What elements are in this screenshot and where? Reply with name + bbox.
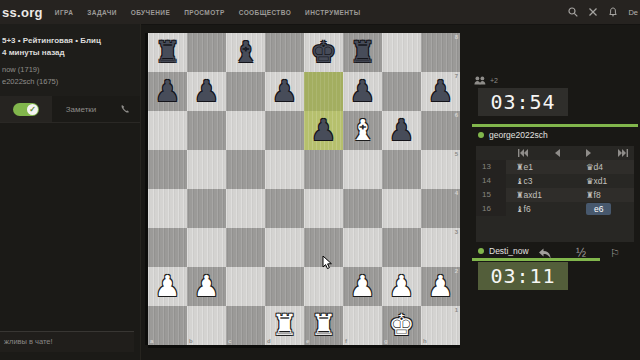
square-g4[interactable] xyxy=(382,189,421,228)
rank-label: 8 xyxy=(455,34,458,40)
file-label: e xyxy=(306,338,309,344)
move-white[interactable]: ♝c3 xyxy=(506,176,582,186)
square-f4[interactable] xyxy=(343,189,382,228)
move-black[interactable]: ♛xd1 xyxy=(582,176,634,186)
square-e2[interactable] xyxy=(304,267,343,306)
file-label: h xyxy=(423,338,427,344)
black-king: ♚ xyxy=(304,33,343,72)
square-b6[interactable] xyxy=(187,111,226,150)
game-player-white: now (1719) xyxy=(2,65,140,74)
move-row: 15♜axd1♜f8 xyxy=(476,188,634,202)
nav-item-community[interactable]: СООБЩЕСТВО xyxy=(239,9,291,16)
square-c6[interactable] xyxy=(226,111,265,150)
rank-label: 7 xyxy=(455,73,458,79)
chat-messages-area xyxy=(0,123,140,328)
square-g3[interactable] xyxy=(382,228,421,267)
move-number: 16 xyxy=(476,202,506,216)
mouse-cursor xyxy=(322,256,334,270)
last-move-icon[interactable] xyxy=(618,149,628,157)
square-g1[interactable]: ♚g xyxy=(382,306,421,345)
move-list: 13♜e1♛d414♝c3♛xd115♜axd1♜f816♝f6e6 xyxy=(476,160,634,216)
white-pawn: ♟ xyxy=(382,267,421,306)
square-a4[interactable] xyxy=(148,189,187,228)
black-bishop: ♝ xyxy=(226,33,265,72)
square-f5[interactable] xyxy=(343,150,382,189)
nav-item-learn[interactable]: ОБУЧЕНИЕ xyxy=(131,9,170,16)
white-rook: ♜ xyxy=(304,306,343,345)
sidebar-tabs: ✓ Заметки xyxy=(0,96,140,123)
square-g5[interactable] xyxy=(382,150,421,189)
nav-item-tools[interactable]: ИНСТРУМЕНТЫ xyxy=(305,9,360,16)
move-white[interactable]: ♝f6 xyxy=(506,204,582,214)
square-e8[interactable]: ♚ xyxy=(304,33,343,72)
tab-notes[interactable]: Заметки xyxy=(52,105,110,114)
black-pawn: ♟ xyxy=(382,111,421,150)
square-h7[interactable]: ♟7 xyxy=(421,72,460,111)
square-h2[interactable]: ♟2 xyxy=(421,267,460,306)
player-top-name: george2022sch xyxy=(489,130,548,140)
close-icon[interactable] xyxy=(588,7,598,17)
black-rook: ♜ xyxy=(148,33,187,72)
time-bar-bottom xyxy=(472,258,600,261)
square-e1[interactable]: ♜e xyxy=(304,306,343,345)
white-bishop: ♝ xyxy=(343,111,382,150)
move-black[interactable]: e6 xyxy=(582,204,634,214)
file-label: c xyxy=(228,338,231,344)
move-black[interactable]: ♜f8 xyxy=(582,190,634,200)
square-e5[interactable] xyxy=(304,150,343,189)
time-bar-top xyxy=(472,124,638,127)
square-a5[interactable] xyxy=(148,150,187,189)
move-row: 13♜e1♛d4 xyxy=(476,160,634,174)
square-b3[interactable] xyxy=(187,228,226,267)
square-g8[interactable] xyxy=(382,33,421,72)
tab-chat[interactable]: ✓ xyxy=(0,96,52,122)
white-pawn: ♟ xyxy=(343,267,382,306)
game-panel: +2 03:54 george2022sch 13♜e1♛d414♝c3♛xd1… xyxy=(470,24,640,360)
square-b2[interactable]: ♟ xyxy=(187,267,226,306)
square-h5[interactable]: 5 xyxy=(421,150,460,189)
white-pawn: ♟ xyxy=(148,267,187,306)
top-nav: ss.org ИГРА ЗАДАЧИ ОБУЧЕНИЕ ПРОСМОТР СОО… xyxy=(0,0,640,25)
game-player-black: e2022sch (1675) xyxy=(2,77,140,86)
nav-item-play[interactable]: ИГРА xyxy=(55,9,73,16)
square-c3[interactable] xyxy=(226,228,265,267)
square-c1[interactable]: c xyxy=(226,306,265,345)
square-h4[interactable]: 4 xyxy=(421,189,460,228)
chat-input[interactable]: жливы в чате! xyxy=(0,331,134,352)
move-white[interactable]: ♜e1 xyxy=(506,162,582,172)
square-d2[interactable] xyxy=(265,267,304,306)
square-a7[interactable]: ♟ xyxy=(148,72,187,111)
file-label: g xyxy=(384,338,388,344)
move-row: 16♝f6e6 xyxy=(476,202,634,216)
spectators-count: +2 xyxy=(490,77,498,84)
square-a3[interactable] xyxy=(148,228,187,267)
move-white[interactable]: ♜axd1 xyxy=(506,190,582,200)
square-a1[interactable]: a xyxy=(148,306,187,345)
square-e7[interactable] xyxy=(304,72,343,111)
spectators-icon xyxy=(474,76,486,85)
player-top[interactable]: george2022sch xyxy=(478,130,548,140)
square-f2[interactable]: ♟ xyxy=(343,267,382,306)
left-sidebar: 5+3 • Рейтинговая • Блиц 4 минуты назад … xyxy=(0,24,141,360)
black-pawn: ♟ xyxy=(304,111,343,150)
square-c5[interactable] xyxy=(226,150,265,189)
square-g2[interactable]: ♟ xyxy=(382,267,421,306)
square-d1[interactable]: ♜d xyxy=(265,306,304,345)
square-f7[interactable]: ♟ xyxy=(343,72,382,111)
square-e6[interactable]: ♟ xyxy=(304,111,343,150)
white-pawn: ♟ xyxy=(187,267,226,306)
chat-toggle-check-icon: ✓ xyxy=(27,104,38,115)
square-f6[interactable]: ♝ xyxy=(343,111,382,150)
online-dot xyxy=(478,132,484,138)
nav-item-watch[interactable]: ПРОСМОТР xyxy=(184,9,225,16)
bell-icon[interactable] xyxy=(608,7,618,17)
chat-toggle[interactable]: ✓ xyxy=(13,103,39,116)
square-a2[interactable]: ♟ xyxy=(148,267,187,306)
file-label: d xyxy=(267,338,271,344)
square-d5[interactable] xyxy=(265,150,304,189)
square-h8[interactable]: 8 xyxy=(421,33,460,72)
game-info-panel: 5+3 • Рейтинговая • Блиц 4 минуты назад … xyxy=(0,24,140,96)
square-f3[interactable] xyxy=(343,228,382,267)
square-c7[interactable] xyxy=(226,72,265,111)
takeback-icon[interactable] xyxy=(538,248,552,259)
black-pawn: ♟ xyxy=(187,72,226,111)
square-d4[interactable] xyxy=(265,189,304,228)
square-b7[interactable]: ♟ xyxy=(187,72,226,111)
black-pawn: ♟ xyxy=(343,72,382,111)
move-number: 13 xyxy=(476,160,506,174)
chess-board: ♜♝♚♜8♟♟♟♟♟7♟♝♟6543♟♟♟♟♟2abc♜d♜ef♚g1h xyxy=(148,33,460,345)
black-pawn: ♟ xyxy=(265,72,304,111)
square-e4[interactable] xyxy=(304,189,343,228)
next-move-icon[interactable] xyxy=(586,149,592,157)
square-d7[interactable]: ♟ xyxy=(265,72,304,111)
spectators: +2 xyxy=(474,76,498,85)
player-bottom-name: Desti_now xyxy=(489,246,529,256)
square-d6[interactable] xyxy=(265,111,304,150)
file-label: a xyxy=(150,338,153,344)
file-label: f xyxy=(345,338,347,344)
square-c2[interactable] xyxy=(226,267,265,306)
square-d3[interactable] xyxy=(265,228,304,267)
rank-label: 5 xyxy=(455,151,458,157)
move-row: 14♝c3♛xd1 xyxy=(476,174,634,188)
search-icon[interactable] xyxy=(568,7,578,17)
prev-move-icon[interactable] xyxy=(554,149,560,157)
rank-label: 2 xyxy=(455,268,458,274)
player-bottom[interactable]: Desti_now xyxy=(478,246,529,256)
game-time-ago: 4 минуты назад xyxy=(2,48,140,57)
square-f1[interactable]: f xyxy=(343,306,382,345)
nav-username[interactable]: De xyxy=(628,8,638,17)
square-b1[interactable]: b xyxy=(187,306,226,345)
rank-label: 6 xyxy=(455,112,458,118)
phone-icon[interactable] xyxy=(110,104,140,114)
rank-label: 1 xyxy=(455,307,458,313)
square-c8[interactable]: ♝ xyxy=(226,33,265,72)
square-a8[interactable]: ♜ xyxy=(148,33,187,72)
square-f8[interactable]: ♜ xyxy=(343,33,382,72)
rank-label: 4 xyxy=(455,190,458,196)
site-logo[interactable]: ss.org xyxy=(2,5,43,20)
square-d8[interactable] xyxy=(265,33,304,72)
square-b5[interactable] xyxy=(187,150,226,189)
nav-item-puzzles[interactable]: ЗАДАЧИ xyxy=(87,9,116,16)
move-list-panel: 13♜e1♛d414♝c3♛xd115♜axd1♜f816♝f6e6 xyxy=(476,146,634,242)
move-number: 14 xyxy=(476,174,506,188)
square-g6[interactable]: ♟ xyxy=(382,111,421,150)
black-pawn: ♟ xyxy=(148,72,187,111)
square-h1[interactable]: 1h xyxy=(421,306,460,345)
square-a6[interactable] xyxy=(148,111,187,150)
rank-label: 3 xyxy=(455,229,458,235)
first-move-icon[interactable] xyxy=(518,149,528,157)
resign-flag-icon[interactable]: ⚐ xyxy=(610,247,620,260)
square-c4[interactable] xyxy=(226,189,265,228)
black-rook: ♜ xyxy=(343,33,382,72)
square-b4[interactable] xyxy=(187,189,226,228)
move-number: 15 xyxy=(476,188,506,202)
square-h6[interactable]: 6 xyxy=(421,111,460,150)
square-b8[interactable] xyxy=(187,33,226,72)
square-h3[interactable]: 3 xyxy=(421,228,460,267)
square-g7[interactable] xyxy=(382,72,421,111)
game-type-label: 5+3 • Рейтинговая • Блиц xyxy=(2,36,140,45)
nav-menu: ИГРА ЗАДАЧИ ОБУЧЕНИЕ ПРОСМОТР СООБЩЕСТВО… xyxy=(55,9,361,16)
clock-bottom: 03:11 xyxy=(478,262,568,290)
move-black[interactable]: ♛d4 xyxy=(582,162,634,172)
move-nav-controls xyxy=(476,146,634,160)
clock-top: 03:54 xyxy=(478,88,568,116)
online-dot xyxy=(478,248,484,254)
file-label: b xyxy=(189,338,193,344)
